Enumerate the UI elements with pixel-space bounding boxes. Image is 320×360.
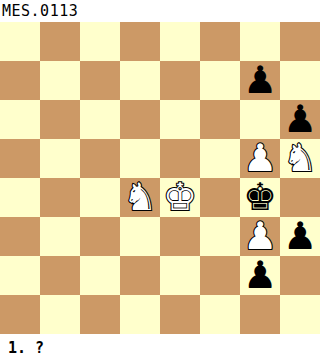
black-pawn: ♟ <box>283 217 317 256</box>
square-g8[interactable] <box>240 22 280 61</box>
square-f7[interactable] <box>200 61 240 100</box>
diagram-title: MES.0113 <box>0 0 320 22</box>
square-d7[interactable] <box>120 61 160 100</box>
square-c8[interactable] <box>80 22 120 61</box>
black-pawn: ♟ <box>243 61 277 100</box>
square-d3[interactable] <box>120 217 160 256</box>
square-h8[interactable] <box>280 22 320 61</box>
square-f4[interactable] <box>200 178 240 217</box>
square-d1[interactable] <box>120 295 160 334</box>
square-h5[interactable]: ♞ <box>280 139 320 178</box>
square-c4[interactable] <box>80 178 120 217</box>
square-c6[interactable] <box>80 100 120 139</box>
white-pawn: ♟ <box>243 139 277 178</box>
square-b3[interactable] <box>40 217 80 256</box>
square-b8[interactable] <box>40 22 80 61</box>
white-pawn: ♟ <box>243 217 277 256</box>
square-e4[interactable]: ♚ <box>160 178 200 217</box>
square-d2[interactable] <box>120 256 160 295</box>
square-e1[interactable] <box>160 295 200 334</box>
square-d8[interactable] <box>120 22 160 61</box>
square-g7[interactable]: ♟ <box>240 61 280 100</box>
square-b1[interactable] <box>40 295 80 334</box>
square-f5[interactable] <box>200 139 240 178</box>
square-a1[interactable] <box>0 295 40 334</box>
square-f8[interactable] <box>200 22 240 61</box>
square-e2[interactable] <box>160 256 200 295</box>
square-b2[interactable] <box>40 256 80 295</box>
chess-board: ♟♟♟♞♞♚♚♟♟♟ <box>0 22 320 334</box>
square-a2[interactable] <box>0 256 40 295</box>
square-g6[interactable] <box>240 100 280 139</box>
square-f6[interactable] <box>200 100 240 139</box>
square-c5[interactable] <box>80 139 120 178</box>
square-f3[interactable] <box>200 217 240 256</box>
square-g5[interactable]: ♟ <box>240 139 280 178</box>
square-b5[interactable] <box>40 139 80 178</box>
black-king: ♚ <box>243 178 277 217</box>
black-pawn: ♟ <box>243 256 277 295</box>
white-knight: ♞ <box>123 178 157 217</box>
square-e8[interactable] <box>160 22 200 61</box>
square-a4[interactable] <box>0 178 40 217</box>
square-c2[interactable] <box>80 256 120 295</box>
square-d5[interactable] <box>120 139 160 178</box>
square-b7[interactable] <box>40 61 80 100</box>
square-h3[interactable]: ♟ <box>280 217 320 256</box>
square-f1[interactable] <box>200 295 240 334</box>
square-d6[interactable] <box>120 100 160 139</box>
square-e6[interactable] <box>160 100 200 139</box>
white-knight: ♞ <box>283 139 317 178</box>
square-a7[interactable] <box>0 61 40 100</box>
square-e7[interactable] <box>160 61 200 100</box>
square-a8[interactable] <box>0 22 40 61</box>
square-f2[interactable] <box>200 256 240 295</box>
square-b4[interactable] <box>40 178 80 217</box>
square-b6[interactable] <box>40 100 80 139</box>
square-d4[interactable]: ♞ <box>120 178 160 217</box>
square-c7[interactable] <box>80 61 120 100</box>
square-g2[interactable]: ♟ <box>240 256 280 295</box>
square-h7[interactable] <box>280 61 320 100</box>
square-g1[interactable] <box>240 295 280 334</box>
square-h2[interactable] <box>280 256 320 295</box>
move-prompt: 1. ? <box>0 334 320 360</box>
black-pawn: ♟ <box>283 100 317 139</box>
square-h6[interactable]: ♟ <box>280 100 320 139</box>
white-king: ♚ <box>163 178 197 217</box>
square-e5[interactable] <box>160 139 200 178</box>
square-e3[interactable] <box>160 217 200 256</box>
square-c1[interactable] <box>80 295 120 334</box>
square-h4[interactable] <box>280 178 320 217</box>
square-a3[interactable] <box>0 217 40 256</box>
square-a6[interactable] <box>0 100 40 139</box>
square-c3[interactable] <box>80 217 120 256</box>
square-g4[interactable]: ♚ <box>240 178 280 217</box>
square-a5[interactable] <box>0 139 40 178</box>
square-g3[interactable]: ♟ <box>240 217 280 256</box>
square-h1[interactable] <box>280 295 320 334</box>
